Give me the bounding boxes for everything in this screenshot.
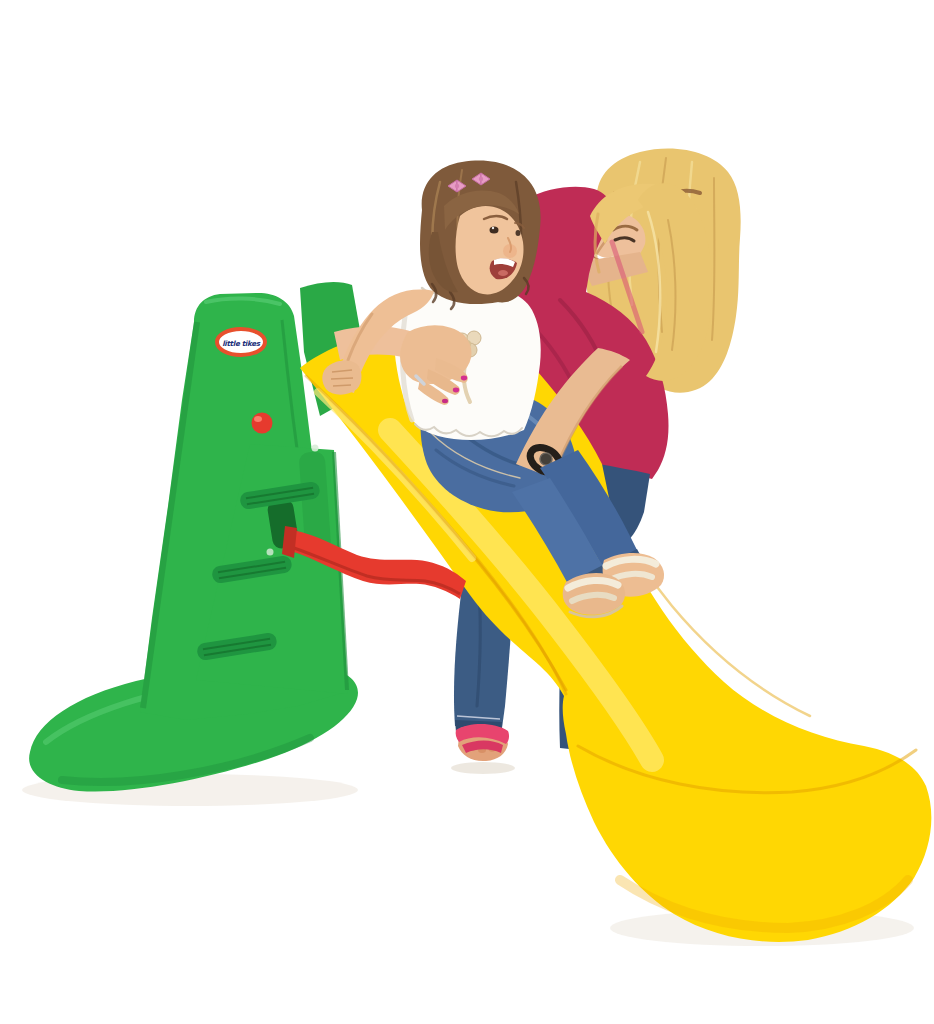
finger-line [333, 385, 351, 386]
little-tikes-logo: little tikes [217, 329, 265, 355]
frame-rivet [312, 445, 319, 452]
finger-line [331, 378, 353, 379]
girl-cheek-blush [503, 244, 517, 258]
knob [252, 413, 273, 434]
bow-center [479, 177, 483, 181]
girl-eye-far [516, 230, 521, 236]
eye-glint [492, 227, 494, 229]
nail-polish [442, 399, 448, 403]
bow-center [455, 184, 459, 188]
red-knob [252, 413, 273, 434]
girl-tongue [498, 270, 508, 276]
frame-rivet [267, 549, 274, 556]
woman-pink-sandal [451, 724, 515, 774]
nail-polish [461, 376, 467, 381]
sandal-shadow [451, 762, 515, 774]
nail-polish [453, 388, 459, 393]
knob-highlight [254, 416, 262, 422]
product-photo: little tikes [0, 0, 934, 1024]
logo-text: little tikes [222, 339, 261, 348]
